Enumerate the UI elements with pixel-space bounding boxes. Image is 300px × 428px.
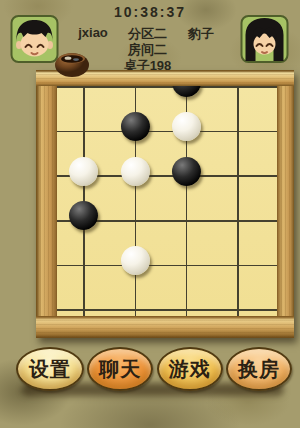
board-frame-right	[277, 86, 294, 316]
gomoku-game-screen: 10:38:37 jxiao 分区二 豹子 房间二 桌子198	[0, 0, 300, 428]
white-stone	[69, 157, 98, 186]
board-frame-bottom	[36, 316, 294, 338]
board-stones-layer	[58, 86, 263, 316]
chat-button[interactable]: 聊天	[87, 347, 153, 391]
board-frame-left	[36, 86, 57, 316]
girl-avatar-icon[interactable]	[240, 15, 289, 63]
black-stone	[172, 86, 201, 97]
bottom-button-bar: 设置 聊天 游戏 换房	[16, 346, 292, 392]
game-button[interactable]: 游戏	[157, 347, 223, 391]
white-stone	[172, 112, 201, 141]
board-frame	[36, 70, 294, 338]
go-stone-bowl-icon	[52, 49, 92, 79]
black-stone	[172, 157, 201, 186]
white-stone	[121, 157, 150, 186]
black-stone	[69, 201, 98, 230]
white-stone	[121, 246, 150, 275]
black-stone	[121, 112, 150, 141]
settings-button[interactable]: 设置	[16, 347, 84, 391]
gomoku-board[interactable]	[57, 86, 277, 316]
change-room-button[interactable]: 换房	[226, 347, 292, 391]
